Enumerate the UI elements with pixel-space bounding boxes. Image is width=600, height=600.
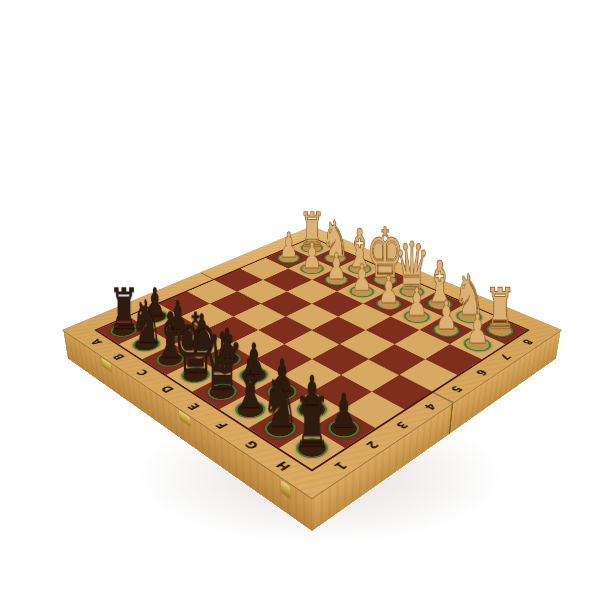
- piece-light-pawn[interactable]: ♟: [378, 270, 399, 308]
- file-label-c: C: [135, 368, 151, 377]
- piece-light-pawn[interactable]: ♟: [406, 282, 428, 321]
- piece-light-rook[interactable]: ♜: [485, 281, 516, 337]
- rank-label-6: 6: [473, 368, 489, 377]
- rank-label-4: 4: [421, 402, 438, 412]
- file-label-b: B: [111, 353, 127, 361]
- piece-light-pawn[interactable]: ♟: [435, 295, 457, 335]
- rank-label-1: 1: [331, 460, 349, 472]
- file-label-f: F: [214, 420, 231, 430]
- piece-light-pawn[interactable]: ♟: [352, 259, 373, 296]
- rank-label-8: 8: [520, 338, 535, 346]
- piece-light-pawn[interactable]: ♟: [279, 228, 298, 263]
- rank-label-2: 2: [363, 439, 381, 450]
- file-label-a: A: [89, 338, 105, 346]
- piece-light-pawn[interactable]: ♟: [302, 237, 322, 272]
- rank-label-7: 7: [497, 353, 513, 361]
- file-label-g: G: [243, 439, 262, 451]
- piece-dark-pawn[interactable]: ♟: [331, 387, 357, 434]
- file-label-h: H: [274, 460, 294, 473]
- fold-seam-edge: [449, 403, 453, 435]
- piece-light-pawn[interactable]: ♟: [326, 248, 346, 284]
- rank-label-3: 3: [393, 420, 410, 430]
- rank-label-5: 5: [448, 384, 464, 393]
- file-label-e: E: [186, 402, 203, 412]
- product-photo-scene: ♜♞♝♚♛♝♞♜♟♟♟♟♟♟♟♟♟♟♟♟♟♟♟♟♜♞♝♚♛♝♞♜ ABCDEFG…: [0, 0, 600, 600]
- piece-dark-rook[interactable]: ♜: [293, 388, 331, 456]
- file-label-d: D: [159, 384, 176, 394]
- piece-light-pawn[interactable]: ♟: [466, 308, 489, 349]
